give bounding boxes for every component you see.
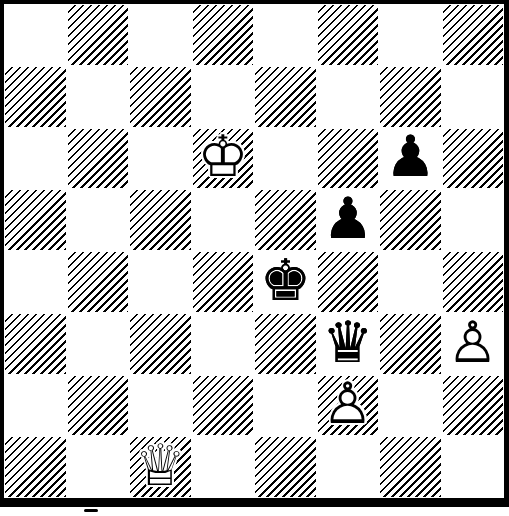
square-g8[interactable] bbox=[379, 4, 442, 66]
square-a4[interactable] bbox=[4, 251, 67, 313]
square-f8[interactable] bbox=[317, 4, 380, 66]
square-g6[interactable]: ♟♟ bbox=[379, 128, 442, 190]
print-artifact-dash bbox=[84, 509, 98, 512]
square-d6[interactable]: ♚♔ bbox=[192, 128, 255, 190]
square-e2[interactable] bbox=[254, 375, 317, 437]
square-c1[interactable]: ♛♕ bbox=[129, 436, 192, 498]
square-a8[interactable] bbox=[4, 4, 67, 66]
square-c3[interactable] bbox=[129, 313, 192, 375]
square-b7[interactable] bbox=[67, 66, 130, 128]
square-h1[interactable] bbox=[442, 436, 505, 498]
square-e5[interactable] bbox=[254, 189, 317, 251]
square-d7[interactable] bbox=[192, 66, 255, 128]
square-h8[interactable] bbox=[442, 4, 505, 66]
square-f6[interactable] bbox=[317, 128, 380, 190]
square-b8[interactable] bbox=[67, 4, 130, 66]
square-b1[interactable] bbox=[67, 436, 130, 498]
square-c6[interactable] bbox=[129, 128, 192, 190]
square-b6[interactable] bbox=[67, 128, 130, 190]
square-d3[interactable] bbox=[192, 313, 255, 375]
square-f7[interactable] bbox=[317, 66, 380, 128]
square-a2[interactable] bbox=[4, 375, 67, 437]
square-g3[interactable] bbox=[379, 313, 442, 375]
square-g2[interactable] bbox=[379, 375, 442, 437]
square-f5[interactable]: ♟♟ bbox=[317, 189, 380, 251]
square-g1[interactable] bbox=[379, 436, 442, 498]
square-d1[interactable] bbox=[192, 436, 255, 498]
chess-diagram: ♚♔♟♟♟♟♚♚♛♛♟♙♟♙♛♕ bbox=[0, 0, 509, 516]
square-e4[interactable]: ♚♚ bbox=[254, 251, 317, 313]
square-f1[interactable] bbox=[317, 436, 380, 498]
square-h3[interactable]: ♟♙ bbox=[442, 313, 505, 375]
square-g4[interactable] bbox=[379, 251, 442, 313]
square-d8[interactable] bbox=[192, 4, 255, 66]
square-g5[interactable] bbox=[379, 189, 442, 251]
square-a3[interactable] bbox=[4, 313, 67, 375]
chess-board: ♚♔♟♟♟♟♚♚♛♛♟♙♟♙♛♕ bbox=[4, 4, 504, 498]
black-pawn-piece: ♟ bbox=[385, 128, 436, 185]
square-h2[interactable] bbox=[442, 375, 505, 437]
square-h6[interactable] bbox=[442, 128, 505, 190]
square-f3[interactable]: ♛♛ bbox=[317, 313, 380, 375]
square-e1[interactable] bbox=[254, 436, 317, 498]
square-a1[interactable] bbox=[4, 436, 67, 498]
square-d2[interactable] bbox=[192, 375, 255, 437]
square-d5[interactable] bbox=[192, 189, 255, 251]
square-h4[interactable] bbox=[442, 251, 505, 313]
white-king-piece: ♔ bbox=[197, 128, 248, 185]
white-pawn-piece: ♙ bbox=[447, 313, 498, 370]
square-f4[interactable] bbox=[317, 251, 380, 313]
square-h7[interactable] bbox=[442, 66, 505, 128]
white-queen-piece: ♕ bbox=[135, 437, 186, 494]
square-f2[interactable]: ♟♙ bbox=[317, 375, 380, 437]
square-c7[interactable] bbox=[129, 66, 192, 128]
black-pawn-piece: ♟ bbox=[322, 190, 373, 247]
square-e8[interactable] bbox=[254, 4, 317, 66]
square-a6[interactable] bbox=[4, 128, 67, 190]
square-b5[interactable] bbox=[67, 189, 130, 251]
square-d4[interactable] bbox=[192, 251, 255, 313]
square-a5[interactable] bbox=[4, 189, 67, 251]
square-e7[interactable] bbox=[254, 66, 317, 128]
square-c8[interactable] bbox=[129, 4, 192, 66]
square-b2[interactable] bbox=[67, 375, 130, 437]
square-e3[interactable] bbox=[254, 313, 317, 375]
board-frame: ♚♔♟♟♟♟♚♚♛♛♟♙♟♙♛♕ bbox=[0, 0, 509, 507]
square-e6[interactable] bbox=[254, 128, 317, 190]
square-a7[interactable] bbox=[4, 66, 67, 128]
black-queen-piece: ♛ bbox=[322, 313, 373, 370]
square-b4[interactable] bbox=[67, 251, 130, 313]
square-c4[interactable] bbox=[129, 251, 192, 313]
square-h5[interactable] bbox=[442, 189, 505, 251]
square-c2[interactable] bbox=[129, 375, 192, 437]
black-king-piece: ♚ bbox=[260, 252, 311, 309]
square-b3[interactable] bbox=[67, 313, 130, 375]
square-g7[interactable] bbox=[379, 66, 442, 128]
square-c5[interactable] bbox=[129, 189, 192, 251]
white-pawn-piece: ♙ bbox=[322, 375, 373, 432]
